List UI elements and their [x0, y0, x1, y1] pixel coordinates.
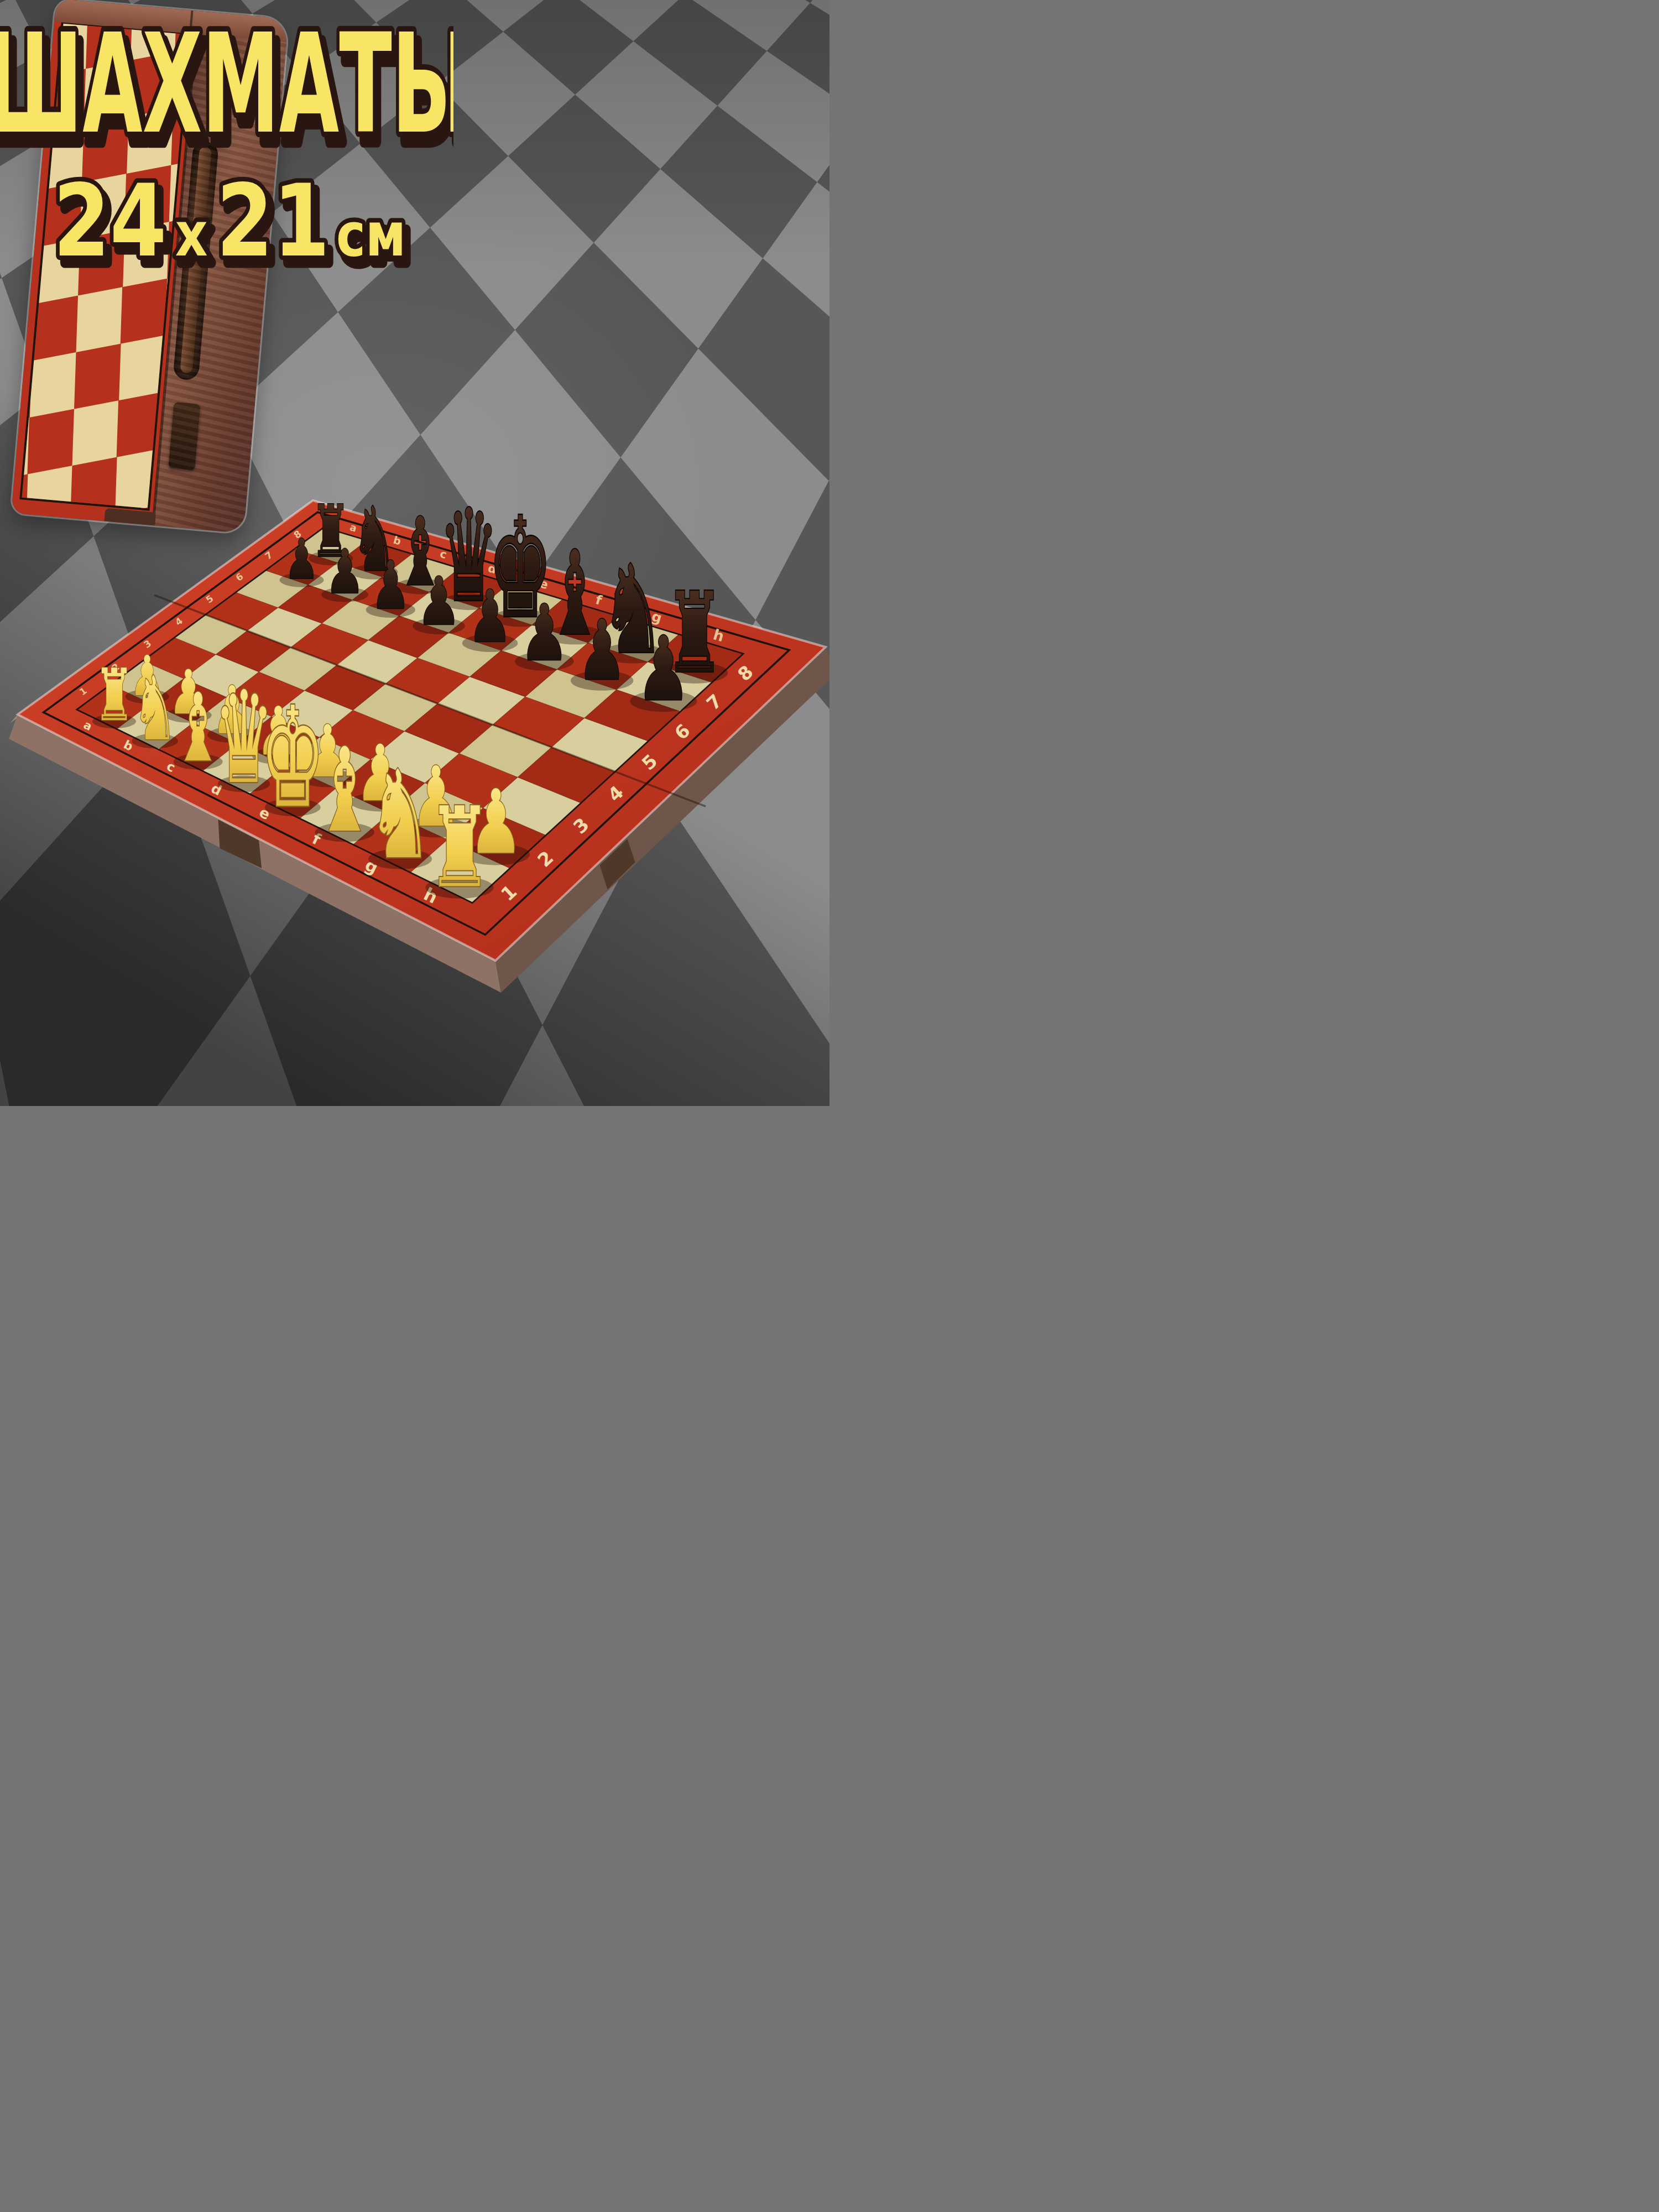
piece-black-pawn: ♟ [468, 575, 513, 658]
product-photo-stage: aa11bb22cc33dd44ee55ff66gg77hh88♜♞♟♝♟♛♟♚… [0, 0, 830, 1106]
piece-black-pawn: ♟ [519, 588, 569, 678]
size-label: 24х21см [53, 164, 406, 279]
piece-black-pawn: ♟ [284, 527, 319, 591]
piece-black-pawn: ♟ [636, 618, 691, 720]
piece-white-rook: ♜ [95, 653, 134, 737]
piece-white-knight: ♞ [133, 658, 178, 760]
piece-white-rook: ♜ [427, 783, 492, 912]
piece-black-pawn: ♟ [325, 536, 365, 607]
product-title: ШАХМАТЫ [0, 4, 453, 165]
piece-black-pawn: ♟ [577, 602, 627, 698]
title-block: ШАХМАТЫ ШАХМАТЫ 24х21см 24х21см [0, 0, 453, 310]
piece-black-pawn: ♟ [416, 563, 461, 640]
piece-white-bishop: ♝ [315, 723, 374, 858]
piece-white-knight: ♞ [368, 744, 432, 886]
piece-black-pawn: ♟ [371, 546, 410, 624]
